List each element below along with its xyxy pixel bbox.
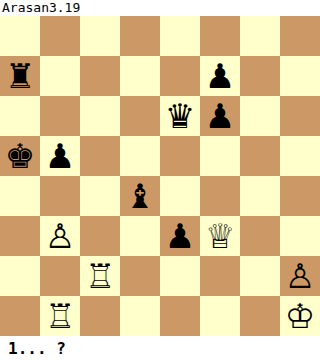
square-b2[interactable] (40, 256, 80, 296)
square-c1[interactable] (80, 296, 120, 336)
piece-black-pawn: ♟ (205, 56, 235, 96)
square-b4[interactable] (40, 176, 80, 216)
square-a4[interactable] (0, 176, 40, 216)
square-d7[interactable] (120, 56, 160, 96)
square-e5[interactable] (160, 136, 200, 176)
square-e2[interactable] (160, 256, 200, 296)
piece-white-rook: ♖ (45, 296, 75, 336)
piece-white-rook: ♖ (85, 256, 115, 296)
square-a3[interactable] (0, 216, 40, 256)
square-g5[interactable] (240, 136, 280, 176)
square-d5[interactable] (120, 136, 160, 176)
square-h6[interactable] (280, 96, 320, 136)
square-e8[interactable] (160, 16, 200, 56)
square-b8[interactable] (40, 16, 80, 56)
square-h2[interactable]: ♙ (280, 256, 320, 296)
piece-black-bishop: ♝ (125, 176, 155, 216)
square-f5[interactable] (200, 136, 240, 176)
square-b7[interactable] (40, 56, 80, 96)
square-d3[interactable] (120, 216, 160, 256)
square-d4[interactable]: ♝ (120, 176, 160, 216)
square-f8[interactable] (200, 16, 240, 56)
square-f6[interactable]: ♟ (200, 96, 240, 136)
square-f1[interactable] (200, 296, 240, 336)
square-h8[interactable] (280, 16, 320, 56)
chess-app-window: Arasan3.19 ♜♟♛♟♚♟♝♙♟♕♖♙♖♔ 1... ? (0, 0, 320, 360)
square-g8[interactable] (240, 16, 280, 56)
square-g6[interactable] (240, 96, 280, 136)
square-c2[interactable]: ♖ (80, 256, 120, 296)
square-g1[interactable] (240, 296, 280, 336)
square-e6[interactable]: ♛ (160, 96, 200, 136)
square-b1[interactable]: ♖ (40, 296, 80, 336)
square-g3[interactable] (240, 216, 280, 256)
square-c8[interactable] (80, 16, 120, 56)
square-f2[interactable] (200, 256, 240, 296)
title-bar: Arasan3.19 (0, 0, 320, 16)
piece-white-king: ♔ (285, 296, 315, 336)
square-d1[interactable] (120, 296, 160, 336)
square-f4[interactable] (200, 176, 240, 216)
square-h3[interactable] (280, 216, 320, 256)
square-g2[interactable] (240, 256, 280, 296)
status-bar: 1... ? (0, 336, 320, 360)
square-g4[interactable] (240, 176, 280, 216)
move-prompt: 1... ? (0, 339, 66, 358)
square-c3[interactable] (80, 216, 120, 256)
square-e4[interactable] (160, 176, 200, 216)
piece-black-pawn: ♟ (45, 136, 75, 176)
piece-white-pawn: ♙ (285, 256, 315, 296)
square-a1[interactable] (0, 296, 40, 336)
square-c6[interactable] (80, 96, 120, 136)
square-c5[interactable] (80, 136, 120, 176)
square-h1[interactable]: ♔ (280, 296, 320, 336)
square-h5[interactable] (280, 136, 320, 176)
square-a2[interactable] (0, 256, 40, 296)
square-c7[interactable] (80, 56, 120, 96)
piece-white-pawn: ♙ (45, 216, 75, 256)
square-f3[interactable]: ♕ (200, 216, 240, 256)
window-title: Arasan3.19 (0, 0, 80, 16)
square-a7[interactable]: ♜ (0, 56, 40, 96)
square-d2[interactable] (120, 256, 160, 296)
piece-white-queen: ♕ (205, 216, 235, 256)
square-g7[interactable] (240, 56, 280, 96)
piece-black-queen: ♛ (165, 96, 195, 136)
piece-black-rook: ♜ (5, 56, 35, 96)
square-f7[interactable]: ♟ (200, 56, 240, 96)
square-h7[interactable] (280, 56, 320, 96)
square-e7[interactable] (160, 56, 200, 96)
square-a5[interactable]: ♚ (0, 136, 40, 176)
piece-black-king: ♚ (5, 136, 35, 176)
chess-board: ♜♟♛♟♚♟♝♙♟♕♖♙♖♔ (0, 16, 320, 336)
piece-black-pawn: ♟ (165, 216, 195, 256)
square-a8[interactable] (0, 16, 40, 56)
square-d6[interactable] (120, 96, 160, 136)
square-b5[interactable]: ♟ (40, 136, 80, 176)
square-h4[interactable] (280, 176, 320, 216)
piece-black-pawn: ♟ (205, 96, 235, 136)
square-e3[interactable]: ♟ (160, 216, 200, 256)
square-e1[interactable] (160, 296, 200, 336)
square-a6[interactable] (0, 96, 40, 136)
square-c4[interactable] (80, 176, 120, 216)
square-d8[interactable] (120, 16, 160, 56)
square-b3[interactable]: ♙ (40, 216, 80, 256)
square-b6[interactable] (40, 96, 80, 136)
